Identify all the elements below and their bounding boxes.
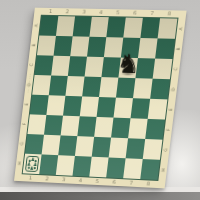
coordinate-label: 7	[122, 180, 140, 186]
coordinate-label: 1	[22, 175, 39, 181]
table-cloth-background: 12345678 12345678 ABCDEFGH ABCDEFGH ····…	[0, 0, 200, 200]
coordinate-label: 2	[59, 9, 76, 14]
board-square	[148, 99, 168, 120]
coordinate-label: 4	[92, 10, 110, 15]
four-pawn-logo: ♟ ♟ ♟ ♟	[25, 156, 40, 172]
black-knight: ♞	[113, 49, 144, 78]
logo-dot	[33, 166, 35, 168]
board-square	[140, 159, 160, 180]
coordinate-label: 8	[160, 11, 178, 16]
board-square	[150, 79, 170, 100]
logo-dot	[28, 166, 30, 168]
coordinate-label: 1	[42, 9, 59, 14]
board-square	[153, 59, 173, 80]
coordinate-label: 5	[109, 10, 127, 15]
coordinate-label: 7	[143, 11, 161, 16]
coordinate-label: 6	[126, 10, 144, 15]
logo-dot	[34, 160, 36, 162]
board-square	[155, 38, 175, 59]
coordinate-label: 2	[38, 176, 55, 182]
coordinate-label: 3	[55, 177, 72, 183]
board-square	[143, 139, 163, 160]
coordinate-label: 4	[72, 178, 89, 184]
chess-board: 12345678 12345678 ABCDEFGH ABCDEFGH ····…	[14, 8, 187, 189]
floor-band	[0, 192, 200, 200]
board-square	[158, 18, 178, 39]
coordinate-label: 5	[88, 179, 105, 185]
coordinate-label: 8	[139, 181, 157, 187]
board-grid	[22, 15, 179, 181]
coordinate-label: 6	[105, 179, 123, 185]
board-square	[145, 119, 165, 140]
coordinate-label: 3	[75, 9, 92, 14]
